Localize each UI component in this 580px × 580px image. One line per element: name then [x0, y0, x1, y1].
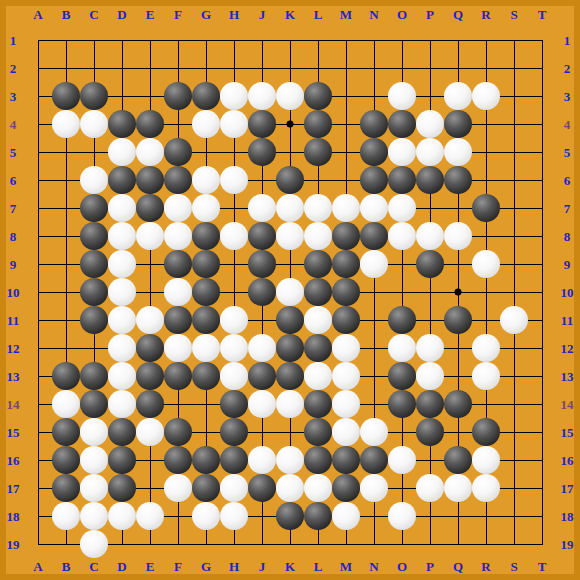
point-Q15[interactable]	[444, 418, 472, 446]
point-R11[interactable]	[472, 306, 500, 334]
point-S11[interactable]	[500, 306, 528, 334]
point-Q12[interactable]	[444, 334, 472, 362]
point-A2[interactable]	[24, 54, 52, 82]
point-S14[interactable]	[500, 390, 528, 418]
point-Q16[interactable]	[444, 446, 472, 474]
point-S15[interactable]	[500, 418, 528, 446]
point-S9[interactable]	[500, 250, 528, 278]
point-A12[interactable]	[24, 334, 52, 362]
point-K1[interactable]	[276, 26, 304, 54]
point-O12[interactable]	[388, 334, 416, 362]
point-F18[interactable]	[164, 502, 192, 530]
point-E15[interactable]	[136, 418, 164, 446]
point-H12[interactable]	[220, 334, 248, 362]
point-N16[interactable]	[360, 446, 388, 474]
point-S19[interactable]	[500, 530, 528, 558]
point-O7[interactable]	[388, 194, 416, 222]
point-E12[interactable]	[136, 334, 164, 362]
point-G13[interactable]	[192, 362, 220, 390]
point-A6[interactable]	[24, 166, 52, 194]
point-D2[interactable]	[108, 54, 136, 82]
point-Q14[interactable]	[444, 390, 472, 418]
point-D15[interactable]	[108, 418, 136, 446]
point-J18[interactable]	[248, 502, 276, 530]
point-C13[interactable]	[80, 362, 108, 390]
point-K16[interactable]	[276, 446, 304, 474]
point-S4[interactable]	[500, 110, 528, 138]
point-O14[interactable]	[388, 390, 416, 418]
point-M8[interactable]	[332, 222, 360, 250]
point-A14[interactable]	[24, 390, 52, 418]
point-Q18[interactable]	[444, 502, 472, 530]
point-K15[interactable]	[276, 418, 304, 446]
point-K11[interactable]	[276, 306, 304, 334]
point-M1[interactable]	[332, 26, 360, 54]
point-R12[interactable]	[472, 334, 500, 362]
point-J3[interactable]	[248, 82, 276, 110]
point-E3[interactable]	[136, 82, 164, 110]
point-H1[interactable]	[220, 26, 248, 54]
point-E13[interactable]	[136, 362, 164, 390]
point-P4[interactable]	[416, 110, 444, 138]
point-G16[interactable]	[192, 446, 220, 474]
point-F2[interactable]	[164, 54, 192, 82]
point-M18[interactable]	[332, 502, 360, 530]
point-H8[interactable]	[220, 222, 248, 250]
point-N6[interactable]	[360, 166, 388, 194]
point-N9[interactable]	[360, 250, 388, 278]
point-M12[interactable]	[332, 334, 360, 362]
point-Q5[interactable]	[444, 138, 472, 166]
point-T11[interactable]	[528, 306, 556, 334]
point-S18[interactable]	[500, 502, 528, 530]
point-H14[interactable]	[220, 390, 248, 418]
point-G9[interactable]	[192, 250, 220, 278]
point-C9[interactable]	[80, 250, 108, 278]
point-R15[interactable]	[472, 418, 500, 446]
point-K2[interactable]	[276, 54, 304, 82]
point-R9[interactable]	[472, 250, 500, 278]
point-L18[interactable]	[304, 502, 332, 530]
point-M4[interactable]	[332, 110, 360, 138]
point-A15[interactable]	[24, 418, 52, 446]
point-A3[interactable]	[24, 82, 52, 110]
point-F1[interactable]	[164, 26, 192, 54]
point-K17[interactable]	[276, 474, 304, 502]
point-G5[interactable]	[192, 138, 220, 166]
point-J15[interactable]	[248, 418, 276, 446]
point-L3[interactable]	[304, 82, 332, 110]
point-D18[interactable]	[108, 502, 136, 530]
point-K18[interactable]	[276, 502, 304, 530]
point-P16[interactable]	[416, 446, 444, 474]
point-G10[interactable]	[192, 278, 220, 306]
point-H10[interactable]	[220, 278, 248, 306]
point-M6[interactable]	[332, 166, 360, 194]
point-Q13[interactable]	[444, 362, 472, 390]
point-G1[interactable]	[192, 26, 220, 54]
point-J8[interactable]	[248, 222, 276, 250]
point-G15[interactable]	[192, 418, 220, 446]
point-C18[interactable]	[80, 502, 108, 530]
point-B19[interactable]	[52, 530, 80, 558]
point-M16[interactable]	[332, 446, 360, 474]
point-C8[interactable]	[80, 222, 108, 250]
point-T9[interactable]	[528, 250, 556, 278]
point-A1[interactable]	[24, 26, 52, 54]
point-T5[interactable]	[528, 138, 556, 166]
point-F19[interactable]	[164, 530, 192, 558]
point-R19[interactable]	[472, 530, 500, 558]
point-T12[interactable]	[528, 334, 556, 362]
point-L5[interactable]	[304, 138, 332, 166]
point-P1[interactable]	[416, 26, 444, 54]
point-C19[interactable]	[80, 530, 108, 558]
point-R2[interactable]	[472, 54, 500, 82]
point-P19[interactable]	[416, 530, 444, 558]
point-A7[interactable]	[24, 194, 52, 222]
point-P15[interactable]	[416, 418, 444, 446]
point-E16[interactable]	[136, 446, 164, 474]
point-O2[interactable]	[388, 54, 416, 82]
point-M19[interactable]	[332, 530, 360, 558]
point-K10[interactable]	[276, 278, 304, 306]
point-B3[interactable]	[52, 82, 80, 110]
point-Q9[interactable]	[444, 250, 472, 278]
point-H9[interactable]	[220, 250, 248, 278]
point-G7[interactable]	[192, 194, 220, 222]
point-L6[interactable]	[304, 166, 332, 194]
point-E6[interactable]	[136, 166, 164, 194]
point-P10[interactable]	[416, 278, 444, 306]
point-F3[interactable]	[164, 82, 192, 110]
point-R14[interactable]	[472, 390, 500, 418]
point-L17[interactable]	[304, 474, 332, 502]
point-C15[interactable]	[80, 418, 108, 446]
point-K4[interactable]	[276, 110, 304, 138]
point-O11[interactable]	[388, 306, 416, 334]
point-H13[interactable]	[220, 362, 248, 390]
point-F10[interactable]	[164, 278, 192, 306]
point-Q2[interactable]	[444, 54, 472, 82]
point-R7[interactable]	[472, 194, 500, 222]
point-P14[interactable]	[416, 390, 444, 418]
point-T14[interactable]	[528, 390, 556, 418]
point-C1[interactable]	[80, 26, 108, 54]
point-Q7[interactable]	[444, 194, 472, 222]
point-J14[interactable]	[248, 390, 276, 418]
point-M13[interactable]	[332, 362, 360, 390]
point-F12[interactable]	[164, 334, 192, 362]
point-L19[interactable]	[304, 530, 332, 558]
point-M15[interactable]	[332, 418, 360, 446]
point-F16[interactable]	[164, 446, 192, 474]
point-Q4[interactable]	[444, 110, 472, 138]
point-J6[interactable]	[248, 166, 276, 194]
point-N8[interactable]	[360, 222, 388, 250]
point-F5[interactable]	[164, 138, 192, 166]
point-G14[interactable]	[192, 390, 220, 418]
point-N1[interactable]	[360, 26, 388, 54]
point-B9[interactable]	[52, 250, 80, 278]
point-D6[interactable]	[108, 166, 136, 194]
point-H6[interactable]	[220, 166, 248, 194]
point-E19[interactable]	[136, 530, 164, 558]
point-F13[interactable]	[164, 362, 192, 390]
point-E10[interactable]	[136, 278, 164, 306]
point-D13[interactable]	[108, 362, 136, 390]
point-A11[interactable]	[24, 306, 52, 334]
point-C14[interactable]	[80, 390, 108, 418]
point-B11[interactable]	[52, 306, 80, 334]
point-D8[interactable]	[108, 222, 136, 250]
point-M9[interactable]	[332, 250, 360, 278]
point-B10[interactable]	[52, 278, 80, 306]
point-H19[interactable]	[220, 530, 248, 558]
point-P3[interactable]	[416, 82, 444, 110]
point-K13[interactable]	[276, 362, 304, 390]
point-H18[interactable]	[220, 502, 248, 530]
point-A19[interactable]	[24, 530, 52, 558]
point-M14[interactable]	[332, 390, 360, 418]
point-S10[interactable]	[500, 278, 528, 306]
point-J16[interactable]	[248, 446, 276, 474]
point-E2[interactable]	[136, 54, 164, 82]
point-O1[interactable]	[388, 26, 416, 54]
point-O9[interactable]	[388, 250, 416, 278]
point-N4[interactable]	[360, 110, 388, 138]
point-D9[interactable]	[108, 250, 136, 278]
point-D11[interactable]	[108, 306, 136, 334]
point-T8[interactable]	[528, 222, 556, 250]
point-N7[interactable]	[360, 194, 388, 222]
point-K19[interactable]	[276, 530, 304, 558]
point-R16[interactable]	[472, 446, 500, 474]
point-D10[interactable]	[108, 278, 136, 306]
point-E11[interactable]	[136, 306, 164, 334]
point-C2[interactable]	[80, 54, 108, 82]
point-L8[interactable]	[304, 222, 332, 250]
point-L16[interactable]	[304, 446, 332, 474]
point-C5[interactable]	[80, 138, 108, 166]
point-N2[interactable]	[360, 54, 388, 82]
point-D4[interactable]	[108, 110, 136, 138]
point-G2[interactable]	[192, 54, 220, 82]
point-Q8[interactable]	[444, 222, 472, 250]
point-A16[interactable]	[24, 446, 52, 474]
point-E1[interactable]	[136, 26, 164, 54]
point-G8[interactable]	[192, 222, 220, 250]
point-A10[interactable]	[24, 278, 52, 306]
point-Q10[interactable]	[444, 278, 472, 306]
point-E5[interactable]	[136, 138, 164, 166]
point-N13[interactable]	[360, 362, 388, 390]
point-B1[interactable]	[52, 26, 80, 54]
point-B4[interactable]	[52, 110, 80, 138]
point-M10[interactable]	[332, 278, 360, 306]
point-Q11[interactable]	[444, 306, 472, 334]
point-E17[interactable]	[136, 474, 164, 502]
point-D5[interactable]	[108, 138, 136, 166]
point-M7[interactable]	[332, 194, 360, 222]
point-T1[interactable]	[528, 26, 556, 54]
point-Q17[interactable]	[444, 474, 472, 502]
point-D3[interactable]	[108, 82, 136, 110]
point-D17[interactable]	[108, 474, 136, 502]
point-H2[interactable]	[220, 54, 248, 82]
point-H16[interactable]	[220, 446, 248, 474]
point-J1[interactable]	[248, 26, 276, 54]
point-B7[interactable]	[52, 194, 80, 222]
point-E8[interactable]	[136, 222, 164, 250]
point-A8[interactable]	[24, 222, 52, 250]
point-F9[interactable]	[164, 250, 192, 278]
point-L11[interactable]	[304, 306, 332, 334]
point-R6[interactable]	[472, 166, 500, 194]
point-K8[interactable]	[276, 222, 304, 250]
point-R4[interactable]	[472, 110, 500, 138]
point-R1[interactable]	[472, 26, 500, 54]
point-S3[interactable]	[500, 82, 528, 110]
point-J7[interactable]	[248, 194, 276, 222]
point-N11[interactable]	[360, 306, 388, 334]
point-J10[interactable]	[248, 278, 276, 306]
point-C3[interactable]	[80, 82, 108, 110]
point-T16[interactable]	[528, 446, 556, 474]
point-M3[interactable]	[332, 82, 360, 110]
point-C17[interactable]	[80, 474, 108, 502]
point-P12[interactable]	[416, 334, 444, 362]
point-M17[interactable]	[332, 474, 360, 502]
point-N5[interactable]	[360, 138, 388, 166]
point-H11[interactable]	[220, 306, 248, 334]
point-H3[interactable]	[220, 82, 248, 110]
point-K7[interactable]	[276, 194, 304, 222]
point-B15[interactable]	[52, 418, 80, 446]
point-D7[interactable]	[108, 194, 136, 222]
point-A9[interactable]	[24, 250, 52, 278]
point-O8[interactable]	[388, 222, 416, 250]
point-T19[interactable]	[528, 530, 556, 558]
point-H5[interactable]	[220, 138, 248, 166]
point-E9[interactable]	[136, 250, 164, 278]
point-T2[interactable]	[528, 54, 556, 82]
point-F4[interactable]	[164, 110, 192, 138]
point-S6[interactable]	[500, 166, 528, 194]
point-J9[interactable]	[248, 250, 276, 278]
point-P7[interactable]	[416, 194, 444, 222]
point-O10[interactable]	[388, 278, 416, 306]
point-J11[interactable]	[248, 306, 276, 334]
point-K12[interactable]	[276, 334, 304, 362]
point-T15[interactable]	[528, 418, 556, 446]
point-N10[interactable]	[360, 278, 388, 306]
point-S17[interactable]	[500, 474, 528, 502]
point-L7[interactable]	[304, 194, 332, 222]
point-B13[interactable]	[52, 362, 80, 390]
point-C12[interactable]	[80, 334, 108, 362]
point-B6[interactable]	[52, 166, 80, 194]
point-C16[interactable]	[80, 446, 108, 474]
point-S13[interactable]	[500, 362, 528, 390]
point-O6[interactable]	[388, 166, 416, 194]
point-O3[interactable]	[388, 82, 416, 110]
point-O16[interactable]	[388, 446, 416, 474]
point-B12[interactable]	[52, 334, 80, 362]
point-C7[interactable]	[80, 194, 108, 222]
point-D16[interactable]	[108, 446, 136, 474]
point-Q1[interactable]	[444, 26, 472, 54]
point-N15[interactable]	[360, 418, 388, 446]
point-O13[interactable]	[388, 362, 416, 390]
point-A17[interactable]	[24, 474, 52, 502]
point-B17[interactable]	[52, 474, 80, 502]
point-S12[interactable]	[500, 334, 528, 362]
point-P2[interactable]	[416, 54, 444, 82]
point-D14[interactable]	[108, 390, 136, 418]
point-B2[interactable]	[52, 54, 80, 82]
point-S1[interactable]	[500, 26, 528, 54]
point-N12[interactable]	[360, 334, 388, 362]
point-H15[interactable]	[220, 418, 248, 446]
point-T13[interactable]	[528, 362, 556, 390]
point-K3[interactable]	[276, 82, 304, 110]
point-R13[interactable]	[472, 362, 500, 390]
point-N14[interactable]	[360, 390, 388, 418]
point-B16[interactable]	[52, 446, 80, 474]
point-R5[interactable]	[472, 138, 500, 166]
point-S5[interactable]	[500, 138, 528, 166]
point-L2[interactable]	[304, 54, 332, 82]
point-F15[interactable]	[164, 418, 192, 446]
point-R8[interactable]	[472, 222, 500, 250]
point-K14[interactable]	[276, 390, 304, 418]
point-T17[interactable]	[528, 474, 556, 502]
point-J4[interactable]	[248, 110, 276, 138]
point-S2[interactable]	[500, 54, 528, 82]
point-P5[interactable]	[416, 138, 444, 166]
point-P6[interactable]	[416, 166, 444, 194]
point-A13[interactable]	[24, 362, 52, 390]
point-C4[interactable]	[80, 110, 108, 138]
point-O5[interactable]	[388, 138, 416, 166]
point-J5[interactable]	[248, 138, 276, 166]
point-L12[interactable]	[304, 334, 332, 362]
point-Q3[interactable]	[444, 82, 472, 110]
point-G11[interactable]	[192, 306, 220, 334]
point-K9[interactable]	[276, 250, 304, 278]
point-F17[interactable]	[164, 474, 192, 502]
point-O19[interactable]	[388, 530, 416, 558]
point-L1[interactable]	[304, 26, 332, 54]
point-G19[interactable]	[192, 530, 220, 558]
point-O15[interactable]	[388, 418, 416, 446]
point-P9[interactable]	[416, 250, 444, 278]
point-K5[interactable]	[276, 138, 304, 166]
point-G17[interactable]	[192, 474, 220, 502]
point-L4[interactable]	[304, 110, 332, 138]
point-L9[interactable]	[304, 250, 332, 278]
point-B18[interactable]	[52, 502, 80, 530]
point-Q19[interactable]	[444, 530, 472, 558]
point-G12[interactable]	[192, 334, 220, 362]
point-P17[interactable]	[416, 474, 444, 502]
point-R3[interactable]	[472, 82, 500, 110]
point-L10[interactable]	[304, 278, 332, 306]
point-R17[interactable]	[472, 474, 500, 502]
point-P13[interactable]	[416, 362, 444, 390]
point-F8[interactable]	[164, 222, 192, 250]
